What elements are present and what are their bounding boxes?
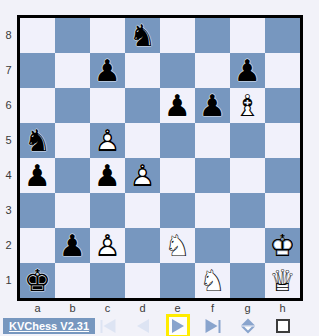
square-b1[interactable]	[55, 263, 90, 298]
square-e8[interactable]	[160, 18, 195, 53]
square-a1[interactable]: ♚	[20, 263, 55, 298]
file-label-e: e	[160, 301, 195, 315]
white-pawn-c5[interactable]: ♟♙	[90, 123, 125, 158]
square-b8[interactable]	[55, 18, 90, 53]
black-piece-glyph: ♟	[90, 53, 125, 88]
square-d5[interactable]	[125, 123, 160, 158]
square-a8[interactable]	[20, 18, 55, 53]
square-h6[interactable]	[265, 88, 300, 123]
square-h2[interactable]: ♚♔	[265, 228, 300, 263]
white-queen-h1[interactable]: ♛♕	[265, 263, 300, 298]
square-e4[interactable]	[160, 158, 195, 193]
rank-labels: 87654321	[0, 15, 17, 301]
square-g4[interactable]	[230, 158, 265, 193]
black-piece-glyph: ♞	[125, 18, 160, 53]
black-pawn-c7[interactable]: ♟	[90, 53, 125, 88]
square-f8[interactable]	[195, 18, 230, 53]
white-pawn-c2[interactable]: ♟♙	[90, 228, 125, 263]
play-forward-button[interactable]	[166, 314, 190, 336]
rank-label-7: 7	[0, 53, 17, 88]
rank-label-4: 4	[0, 158, 17, 193]
white-pawn-d4[interactable]: ♟♙	[125, 158, 160, 193]
square-d7[interactable]	[125, 53, 160, 88]
square-a6[interactable]	[20, 88, 55, 123]
square-c5[interactable]: ♟♙	[90, 123, 125, 158]
square-g8[interactable]	[230, 18, 265, 53]
square-a4[interactable]: ♟	[20, 158, 55, 193]
black-king-a1[interactable]: ♚	[20, 263, 55, 298]
square-c2[interactable]: ♟♙	[90, 228, 125, 263]
black-piece-glyph: ♟	[230, 53, 265, 88]
square-b4[interactable]	[55, 158, 90, 193]
square-c8[interactable]	[90, 18, 125, 53]
black-piece-glyph: ♟	[55, 228, 90, 263]
square-g6[interactable]: ♝♗	[230, 88, 265, 123]
board-area: 87654321 ♞♟♟♟♟♝♗♞♟♙♟♟♟♙♟♟♙♞♘♚♔♚♞♘♛♕	[0, 0, 319, 301]
rank-label-8: 8	[0, 18, 17, 53]
skip-to-end-button[interactable]	[205, 319, 220, 333]
black-pawn-c4[interactable]: ♟	[90, 158, 125, 193]
square-b6[interactable]	[55, 88, 90, 123]
rank-label-5: 5	[0, 123, 17, 158]
square-f3[interactable]	[195, 193, 230, 228]
skip-to-end-bar-icon	[218, 320, 220, 333]
skip-to-start-triangle-icon	[103, 319, 115, 333]
file-labels: abcdefgh	[20, 301, 319, 315]
square-f6[interactable]: ♟	[195, 88, 230, 123]
black-piece-glyph: ♟	[20, 158, 55, 193]
square-f4[interactable]	[195, 158, 230, 193]
square-a3[interactable]	[20, 193, 55, 228]
square-e2[interactable]: ♞♘	[160, 228, 195, 263]
square-d6[interactable]	[125, 88, 160, 123]
square-c7[interactable]: ♟	[90, 53, 125, 88]
square-f5[interactable]	[195, 123, 230, 158]
square-f1[interactable]: ♞♘	[195, 263, 230, 298]
file-label-d: d	[125, 301, 160, 315]
square-e1[interactable]	[160, 263, 195, 298]
kvchess-window: 87654321 ♞♟♟♟♟♝♗♞♟♙♟♟♟♙♟♟♙♞♘♚♔♚♞♘♛♕ abcd…	[0, 0, 319, 336]
white-piece-outline: ♗	[230, 88, 265, 123]
square-e7[interactable]	[160, 53, 195, 88]
square-g7[interactable]: ♟	[230, 53, 265, 88]
square-g5[interactable]	[230, 123, 265, 158]
square-d1[interactable]	[125, 263, 160, 298]
square-b3[interactable]	[55, 193, 90, 228]
square-e3[interactable]	[160, 193, 195, 228]
square-c6[interactable]	[90, 88, 125, 123]
step-back-triangle-icon	[137, 319, 149, 333]
square-a7[interactable]	[20, 53, 55, 88]
square-h4[interactable]	[265, 158, 300, 193]
rank-label-2: 2	[0, 228, 17, 263]
square-h5[interactable]	[265, 123, 300, 158]
black-pawn-g7[interactable]: ♟	[230, 53, 265, 88]
square-a2[interactable]	[20, 228, 55, 263]
flip-board-up-triangle-icon	[241, 319, 255, 326]
black-piece-glyph: ♟	[90, 158, 125, 193]
square-g2[interactable]	[230, 228, 265, 263]
white-knight-f1[interactable]: ♞♘	[195, 263, 230, 298]
square-d2[interactable]	[125, 228, 160, 263]
square-h3[interactable]	[265, 193, 300, 228]
rank-label-6: 6	[0, 88, 17, 123]
square-a5[interactable]: ♞	[20, 123, 55, 158]
square-b2[interactable]: ♟	[55, 228, 90, 263]
white-piece-outline: ♘	[195, 263, 230, 298]
white-knight-e2[interactable]: ♞♘	[160, 228, 195, 263]
black-pawn-f6[interactable]: ♟	[195, 88, 230, 123]
white-king-h2[interactable]: ♚♔	[265, 228, 300, 263]
square-e5[interactable]	[160, 123, 195, 158]
file-label-c: c	[90, 301, 125, 315]
white-piece-outline: ♙	[90, 228, 125, 263]
white-piece-outline: ♔	[265, 228, 300, 263]
black-pawn-e6[interactable]: ♟	[160, 88, 195, 123]
white-piece-outline: ♕	[265, 263, 300, 298]
white-piece-outline: ♙	[125, 158, 160, 193]
play-forward-triangle-icon	[172, 319, 184, 333]
black-piece-glyph: ♚	[20, 263, 55, 298]
black-knight-a5[interactable]: ♞	[20, 123, 55, 158]
file-label-b: b	[55, 301, 90, 315]
black-piece-glyph: ♟	[195, 88, 230, 123]
square-c4[interactable]: ♟	[90, 158, 125, 193]
square-e6[interactable]: ♟	[160, 88, 195, 123]
flip-board-button[interactable]	[241, 319, 255, 334]
square-c3[interactable]	[90, 193, 125, 228]
square-d3[interactable]	[125, 193, 160, 228]
square-d4[interactable]: ♟♙	[125, 158, 160, 193]
white-piece-outline: ♘	[160, 228, 195, 263]
black-pawn-b2[interactable]: ♟	[55, 228, 90, 263]
rank-label-1: 1	[0, 263, 17, 298]
skip-to-end-triangle-icon	[205, 319, 217, 333]
square-d8[interactable]: ♞	[125, 18, 160, 53]
flip-board-diamond-icon	[241, 319, 255, 334]
rank-label-3: 3	[0, 193, 17, 228]
square-f2[interactable]	[195, 228, 230, 263]
square-c1[interactable]	[90, 263, 125, 298]
black-knight-d8[interactable]: ♞	[125, 18, 160, 53]
board: ♞♟♟♟♟♝♗♞♟♙♟♟♟♙♟♟♙♞♘♚♔♚♞♘♛♕	[17, 15, 303, 301]
file-label-g: g	[230, 301, 265, 315]
skip-to-start-button[interactable]	[100, 319, 115, 333]
square-b5[interactable]	[55, 123, 90, 158]
app-title: KVChess V2.31	[3, 318, 95, 334]
flip-board-down-triangle-icon	[241, 327, 255, 334]
square-g3[interactable]	[230, 193, 265, 228]
square-f7[interactable]	[195, 53, 230, 88]
square-h7[interactable]	[265, 53, 300, 88]
black-piece-glyph: ♞	[20, 123, 55, 158]
square-h8[interactable]	[265, 18, 300, 53]
file-label-h: h	[265, 301, 300, 315]
stop-button[interactable]	[276, 319, 290, 333]
square-h1[interactable]: ♛♕	[265, 263, 300, 298]
white-bishop-g6[interactable]: ♝♗	[230, 88, 265, 123]
black-piece-glyph: ♟	[160, 88, 195, 123]
file-label-a: a	[20, 301, 55, 315]
square-g1[interactable]	[230, 263, 265, 298]
black-pawn-a4[interactable]: ♟	[20, 158, 55, 193]
step-back-button[interactable]	[137, 319, 149, 333]
file-label-f: f	[195, 301, 230, 315]
skip-to-start-bar-icon	[100, 320, 102, 333]
control-bar: KVChess V2.31	[0, 315, 319, 336]
flip-board-down-triangle-inner	[244, 327, 252, 331]
stop-square-icon	[276, 319, 290, 333]
play-forward-highlight-frame	[166, 314, 190, 336]
square-b7[interactable]	[55, 53, 90, 88]
white-piece-outline: ♙	[90, 123, 125, 158]
